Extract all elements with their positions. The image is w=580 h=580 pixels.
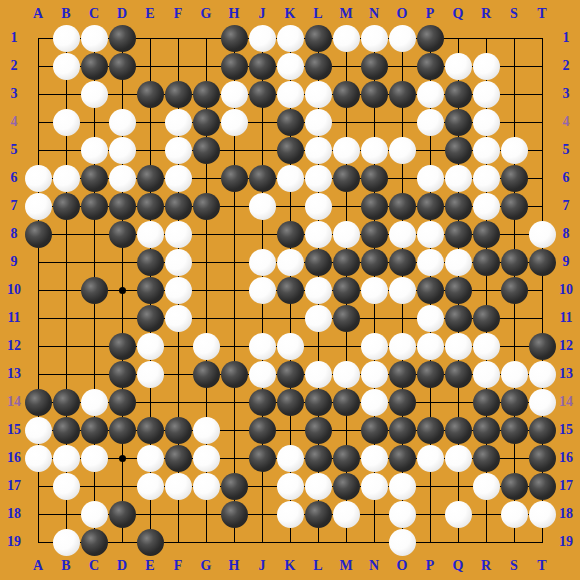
black-stone-T16[interactable]: [529, 445, 556, 472]
black-stone-O9[interactable]: [389, 249, 416, 276]
white-stone-R2[interactable]: [473, 53, 500, 80]
white-stone-M18[interactable]: [333, 501, 360, 528]
row-label-left-7: 7: [11, 199, 18, 213]
black-stone-K10[interactable]: [277, 277, 304, 304]
black-stone-C19[interactable]: [81, 529, 108, 556]
row-label-right-12: 12: [559, 339, 573, 353]
white-stone-D5[interactable]: [109, 137, 136, 164]
white-stone-Q16[interactable]: [445, 445, 472, 472]
white-stone-E17[interactable]: [137, 473, 164, 500]
black-stone-R14[interactable]: [473, 389, 500, 416]
row-label-right-18: 18: [559, 507, 573, 521]
black-stone-J15[interactable]: [249, 417, 276, 444]
black-stone-S9[interactable]: [501, 249, 528, 276]
column-label-top-F: F: [174, 7, 183, 21]
column-label-bottom-S: S: [510, 559, 518, 573]
row-label-left-18: 18: [7, 507, 21, 521]
black-stone-P1[interactable]: [417, 25, 444, 52]
row-label-right-7: 7: [563, 199, 570, 213]
black-stone-H1[interactable]: [221, 25, 248, 52]
black-stone-F3[interactable]: [165, 81, 192, 108]
white-stone-J13[interactable]: [249, 361, 276, 388]
white-stone-P16[interactable]: [417, 445, 444, 472]
column-label-bottom-Q: Q: [453, 559, 464, 573]
row-label-left-1: 1: [11, 31, 18, 45]
white-stone-N16[interactable]: [361, 445, 388, 472]
black-stone-L2[interactable]: [305, 53, 332, 80]
black-stone-E6[interactable]: [137, 165, 164, 192]
black-stone-B7[interactable]: [53, 193, 80, 220]
black-stone-J16[interactable]: [249, 445, 276, 472]
white-stone-L11[interactable]: [305, 305, 332, 332]
column-label-bottom-A: A: [33, 559, 43, 573]
row-label-left-17: 17: [7, 479, 21, 493]
white-stone-R4[interactable]: [473, 109, 500, 136]
black-stone-J14[interactable]: [249, 389, 276, 416]
white-stone-A16[interactable]: [25, 445, 52, 472]
black-stone-A14[interactable]: [25, 389, 52, 416]
white-stone-C5[interactable]: [81, 137, 108, 164]
white-stone-L3[interactable]: [305, 81, 332, 108]
row-label-right-2: 2: [563, 59, 570, 73]
white-stone-A6[interactable]: [25, 165, 52, 192]
white-stone-C16[interactable]: [81, 445, 108, 472]
black-stone-L16[interactable]: [305, 445, 332, 472]
black-stone-Q10[interactable]: [445, 277, 472, 304]
black-stone-J2[interactable]: [249, 53, 276, 80]
column-label-top-M: M: [339, 7, 352, 21]
white-stone-K3[interactable]: [277, 81, 304, 108]
black-stone-P2[interactable]: [417, 53, 444, 80]
black-stone-M9[interactable]: [333, 249, 360, 276]
white-stone-Q6[interactable]: [445, 165, 472, 192]
go-board[interactable]: [0, 0, 580, 580]
white-stone-J9[interactable]: [249, 249, 276, 276]
white-stone-F8[interactable]: [165, 221, 192, 248]
white-stone-G17[interactable]: [193, 473, 220, 500]
black-stone-C10[interactable]: [81, 277, 108, 304]
black-stone-F7[interactable]: [165, 193, 192, 220]
black-stone-M16[interactable]: [333, 445, 360, 472]
black-stone-N15[interactable]: [361, 417, 388, 444]
black-stone-C7[interactable]: [81, 193, 108, 220]
black-stone-O7[interactable]: [389, 193, 416, 220]
column-label-bottom-F: F: [174, 559, 183, 573]
row-label-left-9: 9: [11, 255, 18, 269]
white-stone-N14[interactable]: [361, 389, 388, 416]
white-stone-E16[interactable]: [137, 445, 164, 472]
black-stone-H17[interactable]: [221, 473, 248, 500]
black-stone-Q13[interactable]: [445, 361, 472, 388]
black-stone-M10[interactable]: [333, 277, 360, 304]
white-stone-R17[interactable]: [473, 473, 500, 500]
white-stone-S13[interactable]: [501, 361, 528, 388]
white-stone-L8[interactable]: [305, 221, 332, 248]
column-label-bottom-J: J: [259, 559, 266, 573]
white-stone-O19[interactable]: [389, 529, 416, 556]
black-stone-H2[interactable]: [221, 53, 248, 80]
black-stone-M17[interactable]: [333, 473, 360, 500]
column-label-bottom-C: C: [89, 559, 99, 573]
white-stone-K16[interactable]: [277, 445, 304, 472]
black-stone-N8[interactable]: [361, 221, 388, 248]
white-stone-C18[interactable]: [81, 501, 108, 528]
column-label-bottom-L: L: [313, 559, 322, 573]
white-stone-D6[interactable]: [109, 165, 136, 192]
row-label-left-15: 15: [7, 423, 21, 437]
column-label-top-H: H: [229, 7, 240, 21]
white-stone-K12[interactable]: [277, 333, 304, 360]
black-stone-E19[interactable]: [137, 529, 164, 556]
column-label-bottom-K: K: [285, 559, 296, 573]
white-stone-N10[interactable]: [361, 277, 388, 304]
white-stone-J12[interactable]: [249, 333, 276, 360]
black-stone-J3[interactable]: [249, 81, 276, 108]
black-stone-M6[interactable]: [333, 165, 360, 192]
black-stone-O16[interactable]: [389, 445, 416, 472]
column-label-top-R: R: [481, 7, 491, 21]
white-stone-A15[interactable]: [25, 417, 52, 444]
column-label-bottom-T: T: [537, 559, 546, 573]
white-stone-J7[interactable]: [249, 193, 276, 220]
white-stone-H4[interactable]: [221, 109, 248, 136]
white-stone-P6[interactable]: [417, 165, 444, 192]
white-stone-O18[interactable]: [389, 501, 416, 528]
black-stone-C6[interactable]: [81, 165, 108, 192]
black-stone-G4[interactable]: [193, 109, 220, 136]
row-label-left-2: 2: [11, 59, 18, 73]
row-label-right-3: 3: [563, 87, 570, 101]
black-stone-D14[interactable]: [109, 389, 136, 416]
row-label-left-3: 3: [11, 87, 18, 101]
row-label-right-11: 11: [559, 311, 572, 325]
white-stone-B16[interactable]: [53, 445, 80, 472]
black-stone-S10[interactable]: [501, 277, 528, 304]
black-stone-D7[interactable]: [109, 193, 136, 220]
white-stone-R13[interactable]: [473, 361, 500, 388]
white-stone-Q9[interactable]: [445, 249, 472, 276]
black-stone-Q3[interactable]: [445, 81, 472, 108]
black-stone-S6[interactable]: [501, 165, 528, 192]
white-stone-M1[interactable]: [333, 25, 360, 52]
black-stone-P13[interactable]: [417, 361, 444, 388]
black-stone-D12[interactable]: [109, 333, 136, 360]
black-stone-D15[interactable]: [109, 417, 136, 444]
black-stone-T9[interactable]: [529, 249, 556, 276]
white-stone-B1[interactable]: [53, 25, 80, 52]
white-stone-B4[interactable]: [53, 109, 80, 136]
white-stone-P11[interactable]: [417, 305, 444, 332]
white-stone-C14[interactable]: [81, 389, 108, 416]
column-label-top-O: O: [397, 7, 408, 21]
white-stone-K1[interactable]: [277, 25, 304, 52]
black-stone-Q4[interactable]: [445, 109, 472, 136]
black-stone-F16[interactable]: [165, 445, 192, 472]
black-stone-L18[interactable]: [305, 501, 332, 528]
white-stone-F6[interactable]: [165, 165, 192, 192]
column-label-top-D: D: [117, 7, 127, 21]
column-label-top-B: B: [61, 7, 70, 21]
white-stone-N13[interactable]: [361, 361, 388, 388]
black-stone-A8[interactable]: [25, 221, 52, 248]
hoshi-star-point: [119, 287, 126, 294]
black-stone-B14[interactable]: [53, 389, 80, 416]
black-stone-H6[interactable]: [221, 165, 248, 192]
column-label-top-G: G: [201, 7, 212, 21]
white-stone-T13[interactable]: [529, 361, 556, 388]
black-stone-Q11[interactable]: [445, 305, 472, 332]
black-stone-O14[interactable]: [389, 389, 416, 416]
row-label-left-4: 4: [11, 115, 18, 129]
column-label-bottom-E: E: [145, 559, 154, 573]
black-stone-E15[interactable]: [137, 417, 164, 444]
column-label-top-C: C: [89, 7, 99, 21]
white-stone-Q18[interactable]: [445, 501, 472, 528]
column-label-bottom-G: G: [201, 559, 212, 573]
white-stone-N17[interactable]: [361, 473, 388, 500]
black-stone-D1[interactable]: [109, 25, 136, 52]
black-stone-N2[interactable]: [361, 53, 388, 80]
row-label-right-14: 14: [559, 395, 573, 409]
black-stone-P15[interactable]: [417, 417, 444, 444]
black-stone-L9[interactable]: [305, 249, 332, 276]
black-stone-D18[interactable]: [109, 501, 136, 528]
black-stone-J6[interactable]: [249, 165, 276, 192]
white-stone-R12[interactable]: [473, 333, 500, 360]
black-stone-P10[interactable]: [417, 277, 444, 304]
black-stone-L14[interactable]: [305, 389, 332, 416]
white-stone-O8[interactable]: [389, 221, 416, 248]
black-stone-R8[interactable]: [473, 221, 500, 248]
white-stone-D4[interactable]: [109, 109, 136, 136]
white-stone-B17[interactable]: [53, 473, 80, 500]
white-stone-E12[interactable]: [137, 333, 164, 360]
white-stone-F9[interactable]: [165, 249, 192, 276]
column-label-bottom-N: N: [369, 559, 379, 573]
black-stone-R9[interactable]: [473, 249, 500, 276]
column-label-bottom-P: P: [426, 559, 435, 573]
row-label-left-8: 8: [11, 227, 18, 241]
white-stone-E13[interactable]: [137, 361, 164, 388]
black-stone-K5[interactable]: [277, 137, 304, 164]
hoshi-star-point: [119, 455, 126, 462]
black-stone-R11[interactable]: [473, 305, 500, 332]
black-stone-F15[interactable]: [165, 417, 192, 444]
white-stone-J10[interactable]: [249, 277, 276, 304]
white-stone-F10[interactable]: [165, 277, 192, 304]
black-stone-N6[interactable]: [361, 165, 388, 192]
black-stone-G3[interactable]: [193, 81, 220, 108]
black-stone-S7[interactable]: [501, 193, 528, 220]
black-stone-R16[interactable]: [473, 445, 500, 472]
black-stone-N3[interactable]: [361, 81, 388, 108]
column-label-top-N: N: [369, 7, 379, 21]
row-label-right-15: 15: [559, 423, 573, 437]
white-stone-T8[interactable]: [529, 221, 556, 248]
black-stone-Q15[interactable]: [445, 417, 472, 444]
black-stone-S15[interactable]: [501, 417, 528, 444]
white-stone-P9[interactable]: [417, 249, 444, 276]
white-stone-K2[interactable]: [277, 53, 304, 80]
row-label-right-6: 6: [563, 171, 570, 185]
black-stone-C15[interactable]: [81, 417, 108, 444]
row-label-right-1: 1: [563, 31, 570, 45]
white-stone-O5[interactable]: [389, 137, 416, 164]
row-label-left-19: 19: [7, 535, 21, 549]
white-stone-L4[interactable]: [305, 109, 332, 136]
black-stone-E7[interactable]: [137, 193, 164, 220]
black-stone-O3[interactable]: [389, 81, 416, 108]
row-label-right-5: 5: [563, 143, 570, 157]
black-stone-L15[interactable]: [305, 417, 332, 444]
column-label-top-P: P: [426, 7, 435, 21]
black-stone-C2[interactable]: [81, 53, 108, 80]
white-stone-K17[interactable]: [277, 473, 304, 500]
white-stone-R6[interactable]: [473, 165, 500, 192]
white-stone-M5[interactable]: [333, 137, 360, 164]
white-stone-M8[interactable]: [333, 221, 360, 248]
black-stone-G13[interactable]: [193, 361, 220, 388]
black-stone-D8[interactable]: [109, 221, 136, 248]
black-stone-E9[interactable]: [137, 249, 164, 276]
black-stone-M11[interactable]: [333, 305, 360, 332]
white-stone-L17[interactable]: [305, 473, 332, 500]
column-label-bottom-M: M: [339, 559, 352, 573]
white-stone-N1[interactable]: [361, 25, 388, 52]
black-stone-Q5[interactable]: [445, 137, 472, 164]
black-stone-T12[interactable]: [529, 333, 556, 360]
white-stone-P12[interactable]: [417, 333, 444, 360]
white-stone-F5[interactable]: [165, 137, 192, 164]
white-stone-L7[interactable]: [305, 193, 332, 220]
black-stone-Q7[interactable]: [445, 193, 472, 220]
row-label-right-13: 13: [559, 367, 573, 381]
white-stone-G16[interactable]: [193, 445, 220, 472]
black-stone-T15[interactable]: [529, 417, 556, 444]
white-stone-O12[interactable]: [389, 333, 416, 360]
white-stone-A7[interactable]: [25, 193, 52, 220]
black-stone-S17[interactable]: [501, 473, 528, 500]
white-stone-F4[interactable]: [165, 109, 192, 136]
row-label-left-5: 5: [11, 143, 18, 157]
black-stone-R15[interactable]: [473, 417, 500, 444]
black-stone-T17[interactable]: [529, 473, 556, 500]
white-stone-G12[interactable]: [193, 333, 220, 360]
black-stone-G5[interactable]: [193, 137, 220, 164]
white-stone-O1[interactable]: [389, 25, 416, 52]
white-stone-E8[interactable]: [137, 221, 164, 248]
black-stone-E3[interactable]: [137, 81, 164, 108]
black-stone-S14[interactable]: [501, 389, 528, 416]
white-stone-C3[interactable]: [81, 81, 108, 108]
white-stone-M13[interactable]: [333, 361, 360, 388]
column-label-bottom-R: R: [481, 559, 491, 573]
black-stone-O13[interactable]: [389, 361, 416, 388]
black-stone-B15[interactable]: [53, 417, 80, 444]
white-stone-Q12[interactable]: [445, 333, 472, 360]
black-stone-K14[interactable]: [277, 389, 304, 416]
white-stone-L13[interactable]: [305, 361, 332, 388]
white-stone-L10[interactable]: [305, 277, 332, 304]
black-stone-K4[interactable]: [277, 109, 304, 136]
row-label-left-14: 14: [7, 395, 21, 409]
white-stone-L6[interactable]: [305, 165, 332, 192]
white-stone-P4[interactable]: [417, 109, 444, 136]
white-stone-F11[interactable]: [165, 305, 192, 332]
white-stone-P8[interactable]: [417, 221, 444, 248]
row-label-left-6: 6: [11, 171, 18, 185]
black-stone-O15[interactable]: [389, 417, 416, 444]
white-stone-K9[interactable]: [277, 249, 304, 276]
white-stone-L5[interactable]: [305, 137, 332, 164]
go-app-window: AABBCCDDEEFFGGHHJJKKLLMMNNOOPPQQRRSSTT11…: [0, 0, 580, 580]
row-label-right-19: 19: [559, 535, 573, 549]
column-label-top-L: L: [313, 7, 322, 21]
black-stone-M14[interactable]: [333, 389, 360, 416]
column-label-bottom-H: H: [229, 559, 240, 573]
white-stone-C1[interactable]: [81, 25, 108, 52]
column-label-bottom-D: D: [117, 559, 127, 573]
column-label-top-K: K: [285, 7, 296, 21]
white-stone-T18[interactable]: [529, 501, 556, 528]
black-stone-N7[interactable]: [361, 193, 388, 220]
row-label-right-8: 8: [563, 227, 570, 241]
white-stone-R7[interactable]: [473, 193, 500, 220]
white-stone-J1[interactable]: [249, 25, 276, 52]
white-stone-T14[interactable]: [529, 389, 556, 416]
white-stone-H3[interactable]: [221, 81, 248, 108]
column-label-top-S: S: [510, 7, 518, 21]
black-stone-D13[interactable]: [109, 361, 136, 388]
white-stone-Q2[interactable]: [445, 53, 472, 80]
white-stone-F17[interactable]: [165, 473, 192, 500]
black-stone-E10[interactable]: [137, 277, 164, 304]
white-stone-B2[interactable]: [53, 53, 80, 80]
white-stone-R5[interactable]: [473, 137, 500, 164]
black-stone-K8[interactable]: [277, 221, 304, 248]
black-stone-H13[interactable]: [221, 361, 248, 388]
row-label-left-12: 12: [7, 339, 21, 353]
black-stone-E11[interactable]: [137, 305, 164, 332]
white-stone-S18[interactable]: [501, 501, 528, 528]
row-label-left-13: 13: [7, 367, 21, 381]
column-label-bottom-B: B: [61, 559, 70, 573]
white-stone-B19[interactable]: [53, 529, 80, 556]
black-stone-K13[interactable]: [277, 361, 304, 388]
white-stone-O17[interactable]: [389, 473, 416, 500]
black-stone-N9[interactable]: [361, 249, 388, 276]
row-label-left-10: 10: [7, 283, 21, 297]
black-stone-P7[interactable]: [417, 193, 444, 220]
white-stone-B6[interactable]: [53, 165, 80, 192]
black-stone-Q8[interactable]: [445, 221, 472, 248]
white-stone-N12[interactable]: [361, 333, 388, 360]
white-stone-N5[interactable]: [361, 137, 388, 164]
black-stone-M3[interactable]: [333, 81, 360, 108]
black-stone-D2[interactable]: [109, 53, 136, 80]
row-label-left-11: 11: [7, 311, 20, 325]
white-stone-P3[interactable]: [417, 81, 444, 108]
black-stone-L1[interactable]: [305, 25, 332, 52]
white-stone-S5[interactable]: [501, 137, 528, 164]
white-stone-R3[interactable]: [473, 81, 500, 108]
white-stone-G15[interactable]: [193, 417, 220, 444]
black-stone-G7[interactable]: [193, 193, 220, 220]
white-stone-K6[interactable]: [277, 165, 304, 192]
black-stone-H18[interactable]: [221, 501, 248, 528]
white-stone-K18[interactable]: [277, 501, 304, 528]
white-stone-O10[interactable]: [389, 277, 416, 304]
